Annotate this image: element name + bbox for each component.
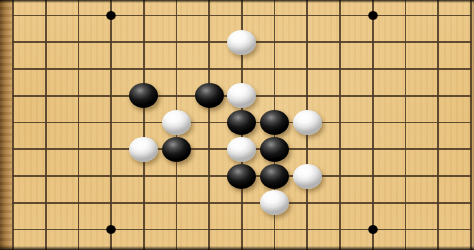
- star-point: [106, 225, 116, 234]
- star-point: [368, 225, 378, 234]
- board-grid: [0, 0, 474, 250]
- frame-bottom-border: [0, 246, 474, 250]
- white-stone: [227, 30, 256, 55]
- black-stone: [260, 110, 289, 135]
- black-stone: [227, 164, 256, 189]
- black-stone: [260, 164, 289, 189]
- star-point: [368, 11, 378, 20]
- black-stone: [260, 137, 289, 162]
- white-stone: [227, 83, 256, 108]
- black-stone: [195, 83, 224, 108]
- black-stone: [129, 83, 158, 108]
- white-stone: [260, 190, 289, 215]
- gomoku-board[interactable]: [0, 0, 474, 250]
- black-stone: [227, 110, 256, 135]
- white-stone: [293, 164, 322, 189]
- white-stone: [162, 110, 191, 135]
- white-stone: [227, 137, 256, 162]
- white-stone: [293, 110, 322, 135]
- star-point: [106, 11, 116, 20]
- frame-top-border: [0, 0, 474, 3]
- white-stone: [129, 137, 158, 162]
- black-stone: [162, 137, 191, 162]
- board-left-edge: [0, 0, 12, 250]
